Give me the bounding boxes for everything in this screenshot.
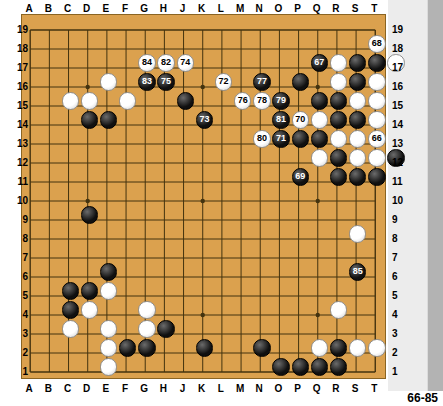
row-label-left-18: 18 xyxy=(4,42,28,55)
stone-D4-white xyxy=(100,320,117,337)
col-label-bottom-J: J xyxy=(175,382,191,395)
stone-Q16-black xyxy=(330,92,347,109)
move-number-78: 78 xyxy=(257,96,267,105)
row-label-right-13: 13 xyxy=(392,137,416,150)
stone-L16-white: 76 xyxy=(234,92,251,109)
move-number-83: 83 xyxy=(142,77,152,86)
col-label-bottom-E: E xyxy=(98,382,114,395)
col-label-bottom-D: D xyxy=(79,382,95,395)
stone-R15-black xyxy=(349,111,366,128)
stone-S16-white xyxy=(368,92,385,109)
move-number-71: 71 xyxy=(276,134,286,143)
col-label-top-R: R xyxy=(328,2,344,15)
row-label-right-8: 8 xyxy=(392,232,416,245)
row-label-left-11: 11 xyxy=(4,175,28,188)
col-label-top-C: C xyxy=(60,2,76,15)
col-label-top-G: G xyxy=(136,2,152,15)
row-label-left-2: 2 xyxy=(4,346,28,359)
stone-O15-white: 70 xyxy=(292,111,309,128)
stone-J3-black xyxy=(196,339,213,356)
stone-R9-white xyxy=(349,225,366,242)
stone-Q13-black xyxy=(330,149,347,166)
stone-S15-white xyxy=(368,111,385,128)
stone-Q15-black xyxy=(330,111,347,128)
col-label-top-S: S xyxy=(347,2,363,15)
stone-S3-white xyxy=(368,339,385,356)
row-label-left-13: 13 xyxy=(4,137,28,150)
stone-P3-white xyxy=(311,339,328,356)
move-number-68: 68 xyxy=(372,39,382,48)
move-number-76: 76 xyxy=(238,96,248,105)
col-label-bottom-P: P xyxy=(290,382,306,395)
col-label-top-O: O xyxy=(270,2,286,15)
stone-D17-white xyxy=(100,73,117,90)
stone-G4-black xyxy=(157,320,174,337)
stone-D2-white xyxy=(100,358,117,375)
col-label-bottom-C: C xyxy=(60,382,76,395)
move-range-caption: 66-85 xyxy=(407,391,438,405)
stone-C15-black xyxy=(81,111,98,128)
stone-N15-black: 81 xyxy=(272,111,289,128)
stone-R7-black: 85 xyxy=(349,263,366,280)
stone-O14-black xyxy=(292,130,309,147)
stone-G18-white: 82 xyxy=(157,54,174,71)
row-label-right-7: 7 xyxy=(392,251,416,264)
stone-R3-white xyxy=(349,339,366,356)
col-label-top-P: P xyxy=(290,2,306,15)
stone-C10-black xyxy=(81,206,98,223)
row-label-left-17: 17 xyxy=(4,61,28,74)
stone-Q5-white xyxy=(330,301,347,318)
row-label-left-4: 4 xyxy=(4,308,28,321)
col-label-top-Q: Q xyxy=(309,2,325,15)
stone-O17-black xyxy=(292,73,309,90)
row-label-left-10: 10 xyxy=(4,194,28,207)
col-label-top-K: K xyxy=(194,2,210,15)
stone-O2-black xyxy=(292,358,309,375)
col-label-bottom-N: N xyxy=(251,382,267,395)
stone-D3-white xyxy=(100,339,117,356)
stone-S19-white: 68 xyxy=(368,35,385,52)
stone-P13-white xyxy=(311,149,328,166)
move-number-74: 74 xyxy=(180,58,190,67)
row-label-right-9: 9 xyxy=(392,213,416,226)
col-label-bottom-H: H xyxy=(155,382,171,395)
stone-K17-white: 72 xyxy=(215,73,232,90)
stone-P2-black xyxy=(311,358,328,375)
stone-C16-white xyxy=(81,92,98,109)
row-label-left-14: 14 xyxy=(4,118,28,131)
stone-M3-black xyxy=(253,339,270,356)
stone-R14-white xyxy=(349,130,366,147)
col-label-bottom-F: F xyxy=(117,382,133,395)
go-diagram-screen: 6884827467837572777678797381708071666985… xyxy=(0,0,443,406)
stone-S18-black xyxy=(368,54,385,71)
row-label-right-18: 18 xyxy=(392,42,416,55)
col-label-bottom-L: L xyxy=(213,382,229,395)
col-label-bottom-M: M xyxy=(232,382,248,395)
col-label-top-E: E xyxy=(98,2,114,15)
stone-S17-white xyxy=(368,73,385,90)
row-label-right-16: 16 xyxy=(392,80,416,93)
col-label-bottom-A: A xyxy=(21,382,37,395)
stone-B4-white xyxy=(62,320,79,337)
col-label-top-N: N xyxy=(251,2,267,15)
stone-Q3-black xyxy=(330,339,347,356)
col-label-top-T: T xyxy=(366,2,382,15)
col-label-top-A: A xyxy=(21,2,37,15)
move-number-77: 77 xyxy=(257,77,267,86)
row-label-left-3: 3 xyxy=(4,327,28,340)
stone-E3-black xyxy=(119,339,136,356)
stone-Q18-white xyxy=(330,54,347,71)
move-number-82: 82 xyxy=(161,58,171,67)
stone-D6-white xyxy=(100,282,117,299)
move-number-84: 84 xyxy=(142,58,152,67)
row-label-left-5: 5 xyxy=(4,289,28,302)
row-label-left-12: 12 xyxy=(4,156,28,169)
col-label-bottom-K: K xyxy=(194,382,210,395)
row-label-left-8: 8 xyxy=(4,232,28,245)
stone-P18-black: 67 xyxy=(311,54,328,71)
stone-P16-black xyxy=(311,92,328,109)
col-label-bottom-T: T xyxy=(366,382,382,395)
row-label-left-1: 1 xyxy=(4,365,28,378)
row-label-right-2: 2 xyxy=(392,346,416,359)
move-number-70: 70 xyxy=(295,115,305,124)
move-number-67: 67 xyxy=(314,58,324,67)
row-label-left-15: 15 xyxy=(4,99,28,112)
stone-N16-black: 79 xyxy=(272,92,289,109)
move-number-73: 73 xyxy=(199,115,209,124)
move-number-75: 75 xyxy=(161,77,171,86)
col-label-top-B: B xyxy=(40,2,56,15)
stone-R12-black xyxy=(349,168,366,185)
row-label-left-19: 19 xyxy=(4,23,28,36)
stone-Q17-white xyxy=(330,73,347,90)
row-label-right-15: 15 xyxy=(392,99,416,112)
stone-C5-white xyxy=(81,301,98,318)
col-label-bottom-G: G xyxy=(136,382,152,395)
row-label-right-1: 1 xyxy=(392,365,416,378)
row-label-right-3: 3 xyxy=(392,327,416,340)
stone-B6-black xyxy=(62,282,79,299)
move-number-66: 66 xyxy=(372,134,382,143)
stone-B5-black xyxy=(62,301,79,318)
stone-D7-black xyxy=(100,263,117,280)
stone-N14-black: 71 xyxy=(272,130,289,147)
stone-R17-black xyxy=(349,73,366,90)
move-number-72: 72 xyxy=(219,77,229,86)
stone-P15-white xyxy=(311,111,328,128)
row-label-left-7: 7 xyxy=(4,251,28,264)
stone-C6-black xyxy=(81,282,98,299)
stones-layer: 6884827467837572777678797381708071666985 xyxy=(42,35,406,396)
row-label-right-6: 6 xyxy=(392,270,416,283)
col-label-bottom-Q: Q xyxy=(309,382,325,395)
stone-R18-black xyxy=(349,54,366,71)
stone-H16-black xyxy=(177,92,194,109)
stone-B16-white xyxy=(62,92,79,109)
row-label-right-12: 12 xyxy=(392,156,416,169)
row-label-left-6: 6 xyxy=(4,270,28,283)
col-label-bottom-O: O xyxy=(270,382,286,395)
row-label-right-17: 17 xyxy=(392,61,416,74)
stone-F4-white xyxy=(138,320,155,337)
move-number-81: 81 xyxy=(276,115,286,124)
row-label-left-9: 9 xyxy=(4,213,28,226)
row-label-right-5: 5 xyxy=(392,289,416,302)
stone-S13-white xyxy=(368,149,385,166)
stone-G17-black: 75 xyxy=(157,73,174,90)
stone-E16-white xyxy=(119,92,136,109)
stone-R16-white xyxy=(349,92,366,109)
stone-R13-white xyxy=(349,149,366,166)
col-label-bottom-R: R xyxy=(328,382,344,395)
stone-Q2-black xyxy=(330,358,347,375)
stone-D15-black xyxy=(100,111,117,128)
stone-P14-black xyxy=(311,130,328,147)
col-label-top-J: J xyxy=(175,2,191,15)
stone-S12-black xyxy=(368,168,385,185)
col-label-bottom-S: S xyxy=(347,382,363,395)
stone-Q14-white xyxy=(330,130,347,147)
stone-F17-black: 83 xyxy=(138,73,155,90)
col-label-bottom-B: B xyxy=(40,382,56,395)
stone-Q12-black xyxy=(330,168,347,185)
move-number-80: 80 xyxy=(257,134,267,143)
stone-S14-white: 66 xyxy=(368,130,385,147)
stone-F3-black xyxy=(138,339,155,356)
stone-N2-black xyxy=(272,358,289,375)
stone-F5-white xyxy=(138,301,155,318)
move-number-79: 79 xyxy=(276,96,286,105)
row-label-right-11: 11 xyxy=(392,175,416,188)
row-label-right-19: 19 xyxy=(392,23,416,36)
move-number-85: 85 xyxy=(353,267,363,276)
col-label-top-D: D xyxy=(79,2,95,15)
col-label-top-F: F xyxy=(117,2,133,15)
stone-H18-white: 74 xyxy=(177,54,194,71)
stone-O12-black: 69 xyxy=(292,168,309,185)
col-label-top-M: M xyxy=(232,2,248,15)
stone-M17-black: 77 xyxy=(253,73,270,90)
move-number-69: 69 xyxy=(295,172,305,181)
col-label-top-L: L xyxy=(213,2,229,15)
row-label-left-16: 16 xyxy=(4,80,28,93)
stone-J15-black: 73 xyxy=(196,111,213,128)
row-label-right-10: 10 xyxy=(392,194,416,207)
stone-M16-white: 78 xyxy=(253,92,270,109)
stone-F18-white: 84 xyxy=(138,54,155,71)
stone-M14-white: 80 xyxy=(253,130,270,147)
window-edge-band xyxy=(427,0,443,391)
row-label-right-4: 4 xyxy=(392,308,416,321)
col-label-top-H: H xyxy=(155,2,171,15)
go-board[interactable]: 6884827467837572777678797381708071666985 xyxy=(21,14,386,379)
row-label-right-14: 14 xyxy=(392,118,416,131)
